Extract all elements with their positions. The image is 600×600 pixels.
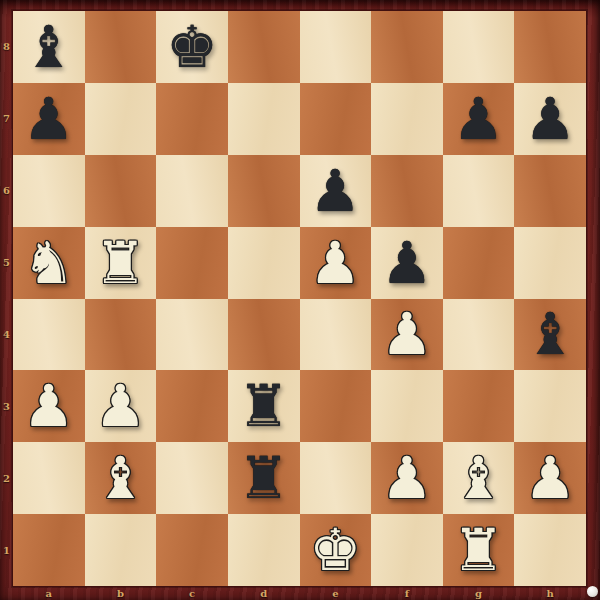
square-e4[interactable] (300, 299, 372, 371)
square-d5[interactable] (228, 227, 300, 299)
square-d3[interactable]: ♜ (228, 370, 300, 442)
square-h8[interactable] (514, 11, 586, 83)
square-c4[interactable] (156, 299, 228, 371)
square-e2[interactable] (300, 442, 372, 514)
square-c2[interactable] (156, 442, 228, 514)
white-rook[interactable]: ♜ (453, 521, 505, 579)
square-a6[interactable] (13, 155, 85, 227)
square-h7[interactable]: ♟ (514, 83, 586, 155)
square-c3[interactable] (156, 370, 228, 442)
square-b3[interactable]: ♟ (85, 370, 157, 442)
black-pawn[interactable]: ♟ (524, 90, 576, 148)
file-label-e: e (300, 586, 372, 600)
rank-label-8: 8 (0, 11, 13, 83)
rank-label-2: 2 (0, 442, 13, 514)
square-f1[interactable] (371, 514, 443, 586)
square-b1[interactable] (85, 514, 157, 586)
square-c8[interactable]: ♚ (156, 11, 228, 83)
square-h4[interactable]: ♝ (514, 299, 586, 371)
black-bishop[interactable]: ♝ (23, 18, 75, 76)
square-e8[interactable] (300, 11, 372, 83)
chess-board: ♝♚♟♟♟♟♞♜♟♟♟♝♟♟♜♝♜♟♝♟♚♜ (13, 11, 586, 586)
square-c6[interactable] (156, 155, 228, 227)
square-d1[interactable] (228, 514, 300, 586)
white-pawn[interactable]: ♟ (524, 449, 576, 507)
square-g1[interactable]: ♜ (443, 514, 515, 586)
white-knight[interactable]: ♞ (23, 234, 75, 292)
rank-labels: 87654321 (0, 11, 13, 586)
square-h2[interactable]: ♟ (514, 442, 586, 514)
square-h5[interactable] (514, 227, 586, 299)
square-f6[interactable] (371, 155, 443, 227)
file-label-d: d (228, 586, 300, 600)
square-g5[interactable] (443, 227, 515, 299)
rank-label-7: 7 (0, 83, 13, 155)
square-e7[interactable] (300, 83, 372, 155)
white-pawn[interactable]: ♟ (381, 305, 433, 363)
black-king[interactable]: ♚ (166, 18, 218, 76)
chess-diagram: ♝♚♟♟♟♟♞♜♟♟♟♝♟♟♜♝♜♟♝♟♚♜ 87654321 abcdefgh (0, 0, 600, 600)
square-b6[interactable] (85, 155, 157, 227)
square-a2[interactable] (13, 442, 85, 514)
square-e5[interactable]: ♟ (300, 227, 372, 299)
square-c5[interactable] (156, 227, 228, 299)
square-h1[interactable] (514, 514, 586, 586)
square-b5[interactable]: ♜ (85, 227, 157, 299)
black-bishop[interactable]: ♝ (524, 305, 576, 363)
square-g8[interactable] (443, 11, 515, 83)
file-label-c: c (156, 586, 228, 600)
square-d2[interactable]: ♜ (228, 442, 300, 514)
square-b8[interactable] (85, 11, 157, 83)
square-g6[interactable] (443, 155, 515, 227)
square-h3[interactable] (514, 370, 586, 442)
square-a4[interactable] (13, 299, 85, 371)
square-f7[interactable] (371, 83, 443, 155)
square-e6[interactable]: ♟ (300, 155, 372, 227)
square-a5[interactable]: ♞ (13, 227, 85, 299)
white-king[interactable]: ♚ (309, 521, 361, 579)
square-b7[interactable] (85, 83, 157, 155)
file-label-g: g (443, 586, 515, 600)
square-a1[interactable] (13, 514, 85, 586)
black-rook[interactable]: ♜ (238, 449, 290, 507)
square-g7[interactable]: ♟ (443, 83, 515, 155)
square-f4[interactable]: ♟ (371, 299, 443, 371)
square-a8[interactable]: ♝ (13, 11, 85, 83)
square-h6[interactable] (514, 155, 586, 227)
black-pawn[interactable]: ♟ (309, 162, 361, 220)
black-pawn[interactable]: ♟ (381, 234, 433, 292)
square-e1[interactable]: ♚ (300, 514, 372, 586)
white-to-move-indicator (587, 586, 598, 597)
white-rook[interactable]: ♜ (94, 234, 146, 292)
square-a7[interactable]: ♟ (13, 83, 85, 155)
white-pawn[interactable]: ♟ (23, 377, 75, 435)
square-d6[interactable] (228, 155, 300, 227)
rank-label-3: 3 (0, 370, 13, 442)
square-c7[interactable] (156, 83, 228, 155)
square-f3[interactable] (371, 370, 443, 442)
black-pawn[interactable]: ♟ (23, 90, 75, 148)
square-d4[interactable] (228, 299, 300, 371)
rank-label-6: 6 (0, 155, 13, 227)
file-label-a: a (13, 586, 85, 600)
square-d8[interactable] (228, 11, 300, 83)
rank-label-5: 5 (0, 227, 13, 299)
square-f5[interactable]: ♟ (371, 227, 443, 299)
file-label-b: b (85, 586, 157, 600)
square-f2[interactable]: ♟ (371, 442, 443, 514)
file-label-h: h (514, 586, 586, 600)
square-g4[interactable] (443, 299, 515, 371)
square-b2[interactable]: ♝ (85, 442, 157, 514)
square-g2[interactable]: ♝ (443, 442, 515, 514)
black-pawn[interactable]: ♟ (453, 90, 505, 148)
black-rook[interactable]: ♜ (238, 377, 290, 435)
square-f8[interactable] (371, 11, 443, 83)
square-c1[interactable] (156, 514, 228, 586)
white-bishop[interactable]: ♝ (94, 449, 146, 507)
square-d7[interactable] (228, 83, 300, 155)
file-label-f: f (371, 586, 443, 600)
white-pawn[interactable]: ♟ (381, 449, 433, 507)
square-a3[interactable]: ♟ (13, 370, 85, 442)
rank-label-1: 1 (0, 514, 13, 586)
square-g3[interactable] (443, 370, 515, 442)
white-pawn[interactable]: ♟ (94, 377, 146, 435)
white-pawn[interactable]: ♟ (309, 234, 361, 292)
file-labels: abcdefgh (13, 586, 586, 600)
square-b4[interactable] (85, 299, 157, 371)
rank-label-4: 4 (0, 299, 13, 371)
white-bishop[interactable]: ♝ (453, 449, 505, 507)
square-e3[interactable] (300, 370, 372, 442)
